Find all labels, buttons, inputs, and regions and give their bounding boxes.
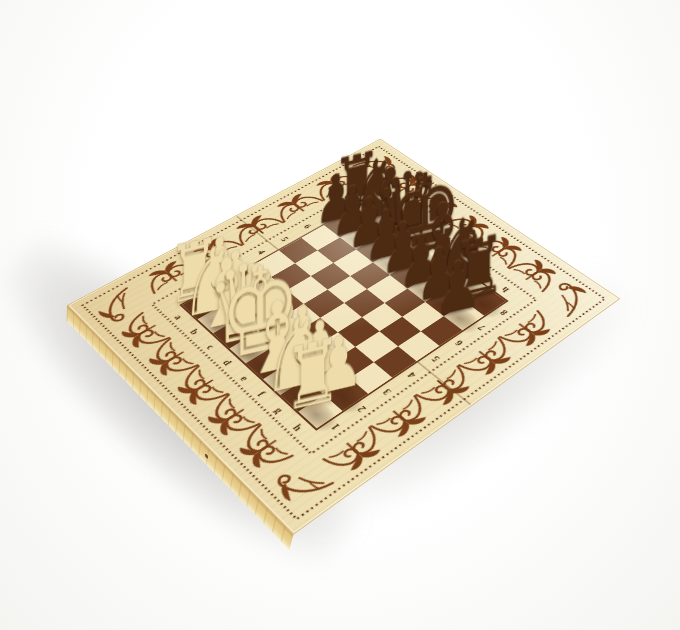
black-pawn-glyph: ♟ — [434, 248, 481, 327]
perspective-wrapper: abcdefgh abcdefgh 87654321 87654321 ♜♞♝♛… — [0, 0, 680, 630]
chess-board-box: abcdefgh abcdefgh 87654321 87654321 ♜♞♝♛… — [67, 139, 620, 535]
white-rook-glyph: ♜ — [283, 325, 342, 425]
photo-background: abcdefgh abcdefgh 87654321 87654321 ♜♞♝♛… — [0, 0, 680, 630]
scene-3d: abcdefgh abcdefgh 87654321 87654321 ♜♞♝♛… — [0, 0, 680, 630]
board-top-face: abcdefgh abcdefgh 87654321 87654321 ♜♞♝♛… — [67, 139, 620, 535]
